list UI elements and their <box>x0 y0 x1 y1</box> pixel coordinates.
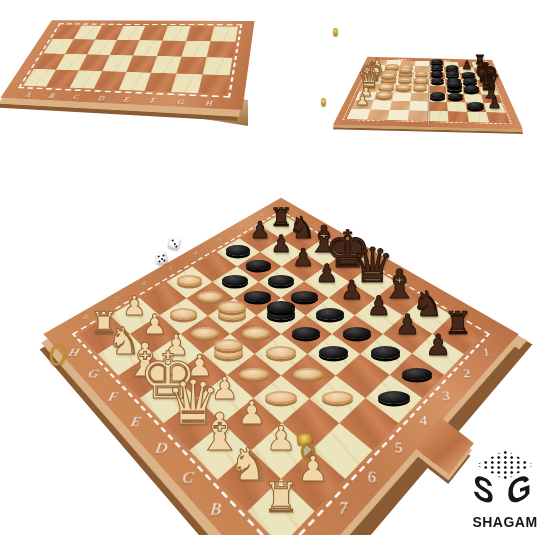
coordinate-number-far: 5 <box>168 265 173 271</box>
coordinate-number: 2 <box>461 366 472 380</box>
coordinate-number: 6 <box>367 467 378 486</box>
coordinate-number-far: 3 <box>216 237 220 242</box>
board-square <box>484 103 506 113</box>
main-board-surface: HGFEDCBA 87654321 87654321 <box>43 198 518 535</box>
clasp-icon <box>296 433 312 446</box>
main-board-view: HGFEDCBA 87654321 87654321 <box>113 166 449 502</box>
coordinate-letter: C <box>181 468 194 487</box>
board-square <box>447 102 467 112</box>
coordinate-number-far: 1 <box>260 212 264 217</box>
logo-letter-s: S <box>473 466 494 513</box>
product-photo-scene: ABCDEFGH HGFEDCBA 87654321 87654321 <box>0 0 550 535</box>
coordinate-number-far: 4 <box>193 250 198 256</box>
coordinate-letter: G <box>86 367 100 381</box>
coordinate-number: 5 <box>393 439 404 457</box>
coordinate-number: 3 <box>440 389 451 404</box>
coordinate-letter: H <box>67 346 81 359</box>
coordinate-letter: G <box>177 99 185 107</box>
closed-board-lid: ABCDEFGH <box>0 20 254 110</box>
board-square <box>409 101 429 111</box>
coordinate-letter: E <box>123 96 131 103</box>
coordinate-letter: D <box>97 95 106 102</box>
board-square <box>428 111 448 122</box>
coordinate-letter: F <box>107 390 120 405</box>
coordinate-letter: B <box>47 93 55 100</box>
coordinate-letter: B <box>210 499 222 520</box>
open-board-surface <box>333 57 523 129</box>
coordinate-number-far: 6 <box>141 280 147 286</box>
logo-brand-name: SHAGAM <box>454 513 550 530</box>
board-square <box>486 112 509 123</box>
board-square <box>367 109 390 120</box>
board-square <box>203 57 233 75</box>
board-square <box>210 26 238 41</box>
board-square <box>207 41 236 58</box>
hook-icon <box>333 28 338 36</box>
closed-lid-checker-grid <box>23 25 238 94</box>
coordinate-letter: E <box>130 414 143 430</box>
coordinate-number: 7 <box>338 498 348 519</box>
coordinate-letter: F <box>149 97 157 104</box>
board-square <box>448 111 469 122</box>
closed-board-view: ABCDEFGH <box>8 0 258 136</box>
coordinate-number-far: 2 <box>239 224 243 229</box>
board-square <box>428 102 447 112</box>
coordinate-number-far: 7 <box>113 296 119 303</box>
board-square <box>198 74 229 94</box>
coordinate-number: 4 <box>418 413 429 429</box>
main-board-grid <box>79 214 483 535</box>
board-square <box>390 101 410 111</box>
board-square <box>387 110 409 121</box>
board-square <box>371 100 392 110</box>
hook-icon <box>321 98 326 106</box>
coordinate-letter: D <box>154 439 168 457</box>
coordinate-number: 1 <box>481 346 492 359</box>
shagam-logo: S G SHAGAM <box>460 450 550 535</box>
closed-lid-coordinates: ABCDEFGH <box>52 20 255 21</box>
coordinate-letter: H <box>205 100 213 108</box>
open-flat-board-view <box>330 0 526 130</box>
coordinate-letter: A <box>24 92 33 99</box>
board-square <box>408 110 429 121</box>
coordinate-number-far: 8 <box>82 313 89 320</box>
coordinate-letter: C <box>72 94 81 101</box>
logo-letter-g: G <box>507 466 531 514</box>
